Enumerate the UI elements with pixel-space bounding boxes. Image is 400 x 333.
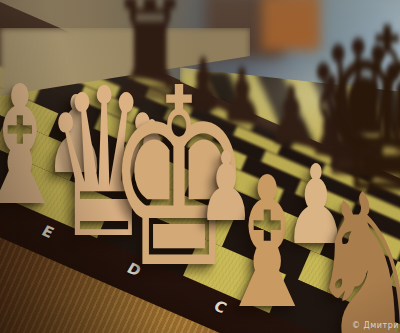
pieces-layer: ♜♟♟♟♝♟♛♚♝♟♛♟♚♟♝♟♞ xyxy=(0,0,400,333)
white-knight-b1[interactable]: ♞ xyxy=(308,168,400,333)
chess-photo-scene: HGFEDCBA ♜♟♟♟♝♟♛♚♝♟♛♟♚♟♝♟♞ © Дмитри xyxy=(0,0,400,333)
photographer-watermark: © Дмитри xyxy=(352,321,399,330)
